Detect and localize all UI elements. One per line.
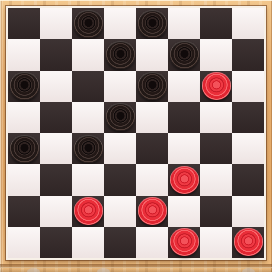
light-square-1-6 <box>200 39 232 70</box>
checkers-game-screen <box>0 0 272 272</box>
red-checker-piece[interactable] <box>74 197 103 225</box>
tray-piece-hint <box>97 268 110 272</box>
black-checker-piece[interactable] <box>106 41 135 69</box>
dark-square-4-4[interactable] <box>136 133 168 164</box>
tray-piece-hint <box>242 268 255 272</box>
dark-square-4-0[interactable] <box>8 133 40 164</box>
red-checker-piece[interactable] <box>170 166 199 194</box>
light-square-3-0 <box>8 102 40 133</box>
dark-square-3-1[interactable] <box>40 102 72 133</box>
dark-square-1-7[interactable] <box>232 39 264 70</box>
dark-square-0-2[interactable] <box>72 8 104 39</box>
light-square-2-7 <box>232 71 264 102</box>
black-checker-piece[interactable] <box>74 10 103 38</box>
dark-square-2-4[interactable] <box>136 71 168 102</box>
board-grid <box>8 8 264 258</box>
light-square-0-7 <box>232 8 264 39</box>
light-square-7-2 <box>72 227 104 258</box>
dark-square-1-1[interactable] <box>40 39 72 70</box>
black-checker-piece[interactable] <box>74 135 103 163</box>
red-checker-piece[interactable] <box>170 228 199 256</box>
dark-square-0-6[interactable] <box>200 8 232 39</box>
dark-square-5-1[interactable] <box>40 164 72 195</box>
dark-square-7-5[interactable] <box>168 227 200 258</box>
light-square-5-4 <box>136 164 168 195</box>
frame-shelf-shadow <box>0 268 272 272</box>
light-square-7-6 <box>200 227 232 258</box>
light-square-7-0 <box>8 227 40 258</box>
dark-square-7-1[interactable] <box>40 227 72 258</box>
red-checker-piece[interactable] <box>202 72 231 100</box>
light-square-4-5 <box>168 133 200 164</box>
dark-square-4-6[interactable] <box>200 133 232 164</box>
dark-square-7-7[interactable] <box>232 227 264 258</box>
dark-square-4-2[interactable] <box>72 133 104 164</box>
tray-piece-hint <box>27 268 40 272</box>
black-checker-piece[interactable] <box>10 135 39 163</box>
dark-square-6-6[interactable] <box>200 196 232 227</box>
dark-square-0-0[interactable] <box>8 8 40 39</box>
light-square-3-4 <box>136 102 168 133</box>
dark-square-6-2[interactable] <box>72 196 104 227</box>
light-square-6-3 <box>104 196 136 227</box>
black-checker-piece[interactable] <box>138 10 167 38</box>
light-square-2-3 <box>104 71 136 102</box>
light-square-1-4 <box>136 39 168 70</box>
light-square-4-1 <box>40 133 72 164</box>
light-square-5-2 <box>72 164 104 195</box>
light-square-3-6 <box>200 102 232 133</box>
dark-square-6-0[interactable] <box>8 196 40 227</box>
light-square-6-7 <box>232 196 264 227</box>
light-square-0-1 <box>40 8 72 39</box>
dark-square-5-5[interactable] <box>168 164 200 195</box>
dark-square-6-4[interactable] <box>136 196 168 227</box>
dark-square-7-3[interactable] <box>104 227 136 258</box>
light-square-6-1 <box>40 196 72 227</box>
black-checker-piece[interactable] <box>106 103 135 131</box>
light-square-0-3 <box>104 8 136 39</box>
black-checker-piece[interactable] <box>138 72 167 100</box>
checkers-board <box>6 6 266 260</box>
dark-square-5-3[interactable] <box>104 164 136 195</box>
light-square-1-0 <box>8 39 40 70</box>
black-checker-piece[interactable] <box>10 72 39 100</box>
dark-square-2-0[interactable] <box>8 71 40 102</box>
light-square-1-2 <box>72 39 104 70</box>
dark-square-1-3[interactable] <box>104 39 136 70</box>
light-square-5-0 <box>8 164 40 195</box>
dark-square-3-5[interactable] <box>168 102 200 133</box>
dark-square-5-7[interactable] <box>232 164 264 195</box>
light-square-5-6 <box>200 164 232 195</box>
light-square-6-5 <box>168 196 200 227</box>
light-square-2-5 <box>168 71 200 102</box>
light-square-7-4 <box>136 227 168 258</box>
dark-square-2-6[interactable] <box>200 71 232 102</box>
dark-square-3-3[interactable] <box>104 102 136 133</box>
dark-square-3-7[interactable] <box>232 102 264 133</box>
light-square-4-7 <box>232 133 264 164</box>
dark-square-1-5[interactable] <box>168 39 200 70</box>
red-checker-piece[interactable] <box>234 228 263 256</box>
dark-square-2-2[interactable] <box>72 71 104 102</box>
black-checker-piece[interactable] <box>170 41 199 69</box>
light-square-4-3 <box>104 133 136 164</box>
light-square-3-2 <box>72 102 104 133</box>
light-square-0-5 <box>168 8 200 39</box>
dark-square-0-4[interactable] <box>136 8 168 39</box>
light-square-2-1 <box>40 71 72 102</box>
red-checker-piece[interactable] <box>138 197 167 225</box>
